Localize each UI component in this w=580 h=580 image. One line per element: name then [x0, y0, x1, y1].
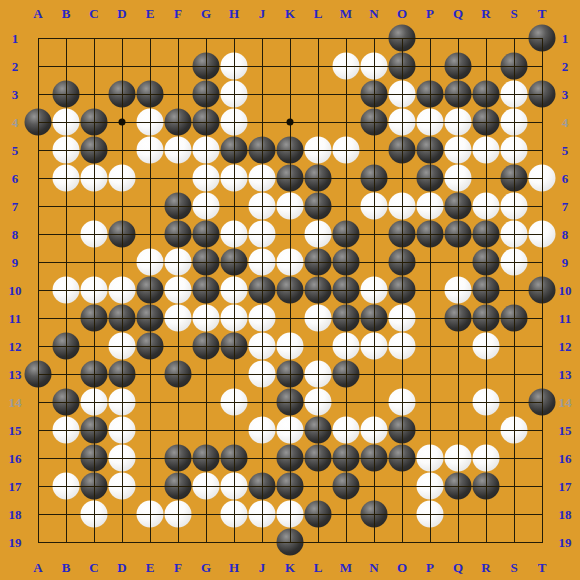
- grid-line-horizontal: [38, 402, 543, 403]
- grid-line-vertical: [430, 38, 431, 543]
- column-label-bottom-J: J: [259, 561, 266, 574]
- row-label-left-11: 11: [9, 312, 21, 325]
- row-label-right-18: 18: [559, 508, 572, 521]
- grid-line-vertical: [542, 38, 543, 543]
- column-label-bottom-R: R: [481, 561, 490, 574]
- grid-line-vertical: [374, 38, 375, 543]
- row-label-right-7: 7: [562, 200, 569, 213]
- column-label-top-M: M: [340, 7, 352, 20]
- column-label-top-H: H: [229, 7, 239, 20]
- grid-line-vertical: [318, 38, 319, 543]
- column-label-bottom-C: C: [89, 561, 98, 574]
- column-label-top-A: A: [33, 7, 42, 20]
- grid-line-horizontal: [38, 486, 543, 487]
- grid-line-horizontal: [38, 458, 543, 459]
- row-label-left-13: 13: [9, 368, 22, 381]
- column-label-bottom-A: A: [33, 561, 42, 574]
- column-label-bottom-H: H: [229, 561, 239, 574]
- column-label-bottom-G: G: [201, 561, 211, 574]
- column-label-top-T: T: [538, 7, 547, 20]
- column-label-bottom-Q: Q: [453, 561, 463, 574]
- grid-line-horizontal: [38, 430, 543, 431]
- row-label-right-13: 13: [559, 368, 572, 381]
- column-label-top-G: G: [201, 7, 211, 20]
- column-label-top-Q: Q: [453, 7, 463, 20]
- column-label-top-E: E: [146, 7, 155, 20]
- row-label-right-8: 8: [562, 228, 569, 241]
- row-label-left-14: 14: [9, 396, 22, 409]
- row-label-left-18: 18: [9, 508, 22, 521]
- grid-line-vertical: [290, 38, 291, 543]
- row-label-left-5: 5: [12, 144, 19, 157]
- grid-line-horizontal: [38, 318, 543, 319]
- grid-line-horizontal: [38, 514, 543, 515]
- column-label-top-S: S: [510, 7, 517, 20]
- column-label-top-R: R: [481, 7, 490, 20]
- row-label-left-6: 6: [12, 172, 19, 185]
- grid-line-vertical: [514, 38, 515, 543]
- row-label-left-16: 16: [9, 452, 22, 465]
- column-label-top-B: B: [62, 7, 71, 20]
- column-label-bottom-L: L: [314, 561, 323, 574]
- row-label-left-9: 9: [12, 256, 19, 269]
- row-label-left-15: 15: [9, 424, 22, 437]
- column-label-bottom-O: O: [397, 561, 407, 574]
- column-label-top-F: F: [174, 7, 182, 20]
- row-label-right-4: 4: [562, 116, 569, 129]
- column-label-bottom-M: M: [340, 561, 352, 574]
- row-label-right-12: 12: [559, 340, 572, 353]
- star-point: [287, 119, 294, 126]
- row-label-right-1: 1: [562, 32, 569, 45]
- column-label-top-J: J: [259, 7, 266, 20]
- row-label-right-10: 10: [559, 284, 572, 297]
- column-label-bottom-T: T: [538, 561, 547, 574]
- row-label-left-10: 10: [9, 284, 22, 297]
- grid-line-vertical: [486, 38, 487, 543]
- grid-line-horizontal: [38, 542, 543, 543]
- grid-line-horizontal: [38, 346, 543, 347]
- column-label-bottom-B: B: [62, 561, 71, 574]
- column-label-bottom-F: F: [174, 561, 182, 574]
- row-label-right-17: 17: [559, 480, 572, 493]
- grid-line-vertical: [402, 38, 403, 543]
- row-label-left-17: 17: [9, 480, 22, 493]
- column-label-bottom-D: D: [117, 561, 126, 574]
- grid-line-vertical: [346, 38, 347, 543]
- star-point: [119, 119, 126, 126]
- row-label-left-7: 7: [12, 200, 19, 213]
- column-label-top-P: P: [426, 7, 434, 20]
- row-label-left-19: 19: [9, 536, 22, 549]
- row-label-right-15: 15: [559, 424, 572, 437]
- column-label-bottom-K: K: [285, 561, 295, 574]
- row-label-left-4: 4: [12, 116, 19, 129]
- row-label-right-2: 2: [562, 60, 569, 73]
- column-label-bottom-P: P: [426, 561, 434, 574]
- go-board-screen: AABBCCDDEEFFGGHHJJKKLLMMNNOOPPQQRRSSTT11…: [0, 0, 580, 580]
- row-label-right-5: 5: [562, 144, 569, 157]
- row-label-right-19: 19: [559, 536, 572, 549]
- row-label-right-3: 3: [562, 88, 569, 101]
- row-label-left-12: 12: [9, 340, 22, 353]
- column-label-bottom-E: E: [146, 561, 155, 574]
- row-label-left-8: 8: [12, 228, 19, 241]
- column-label-top-D: D: [117, 7, 126, 20]
- grid-line-horizontal: [38, 374, 543, 375]
- column-label-bottom-N: N: [369, 561, 378, 574]
- row-label-left-3: 3: [12, 88, 19, 101]
- column-label-top-O: O: [397, 7, 407, 20]
- column-label-top-L: L: [314, 7, 323, 20]
- row-label-right-14: 14: [559, 396, 572, 409]
- row-label-right-6: 6: [562, 172, 569, 185]
- row-label-right-16: 16: [559, 452, 572, 465]
- row-label-right-11: 11: [559, 312, 571, 325]
- column-label-top-C: C: [89, 7, 98, 20]
- row-label-left-1: 1: [12, 32, 19, 45]
- column-label-top-K: K: [285, 7, 295, 20]
- row-label-right-9: 9: [562, 256, 569, 269]
- row-label-left-2: 2: [12, 60, 19, 73]
- column-label-bottom-S: S: [510, 561, 517, 574]
- column-label-top-N: N: [369, 7, 378, 20]
- grid-line-vertical: [458, 38, 459, 543]
